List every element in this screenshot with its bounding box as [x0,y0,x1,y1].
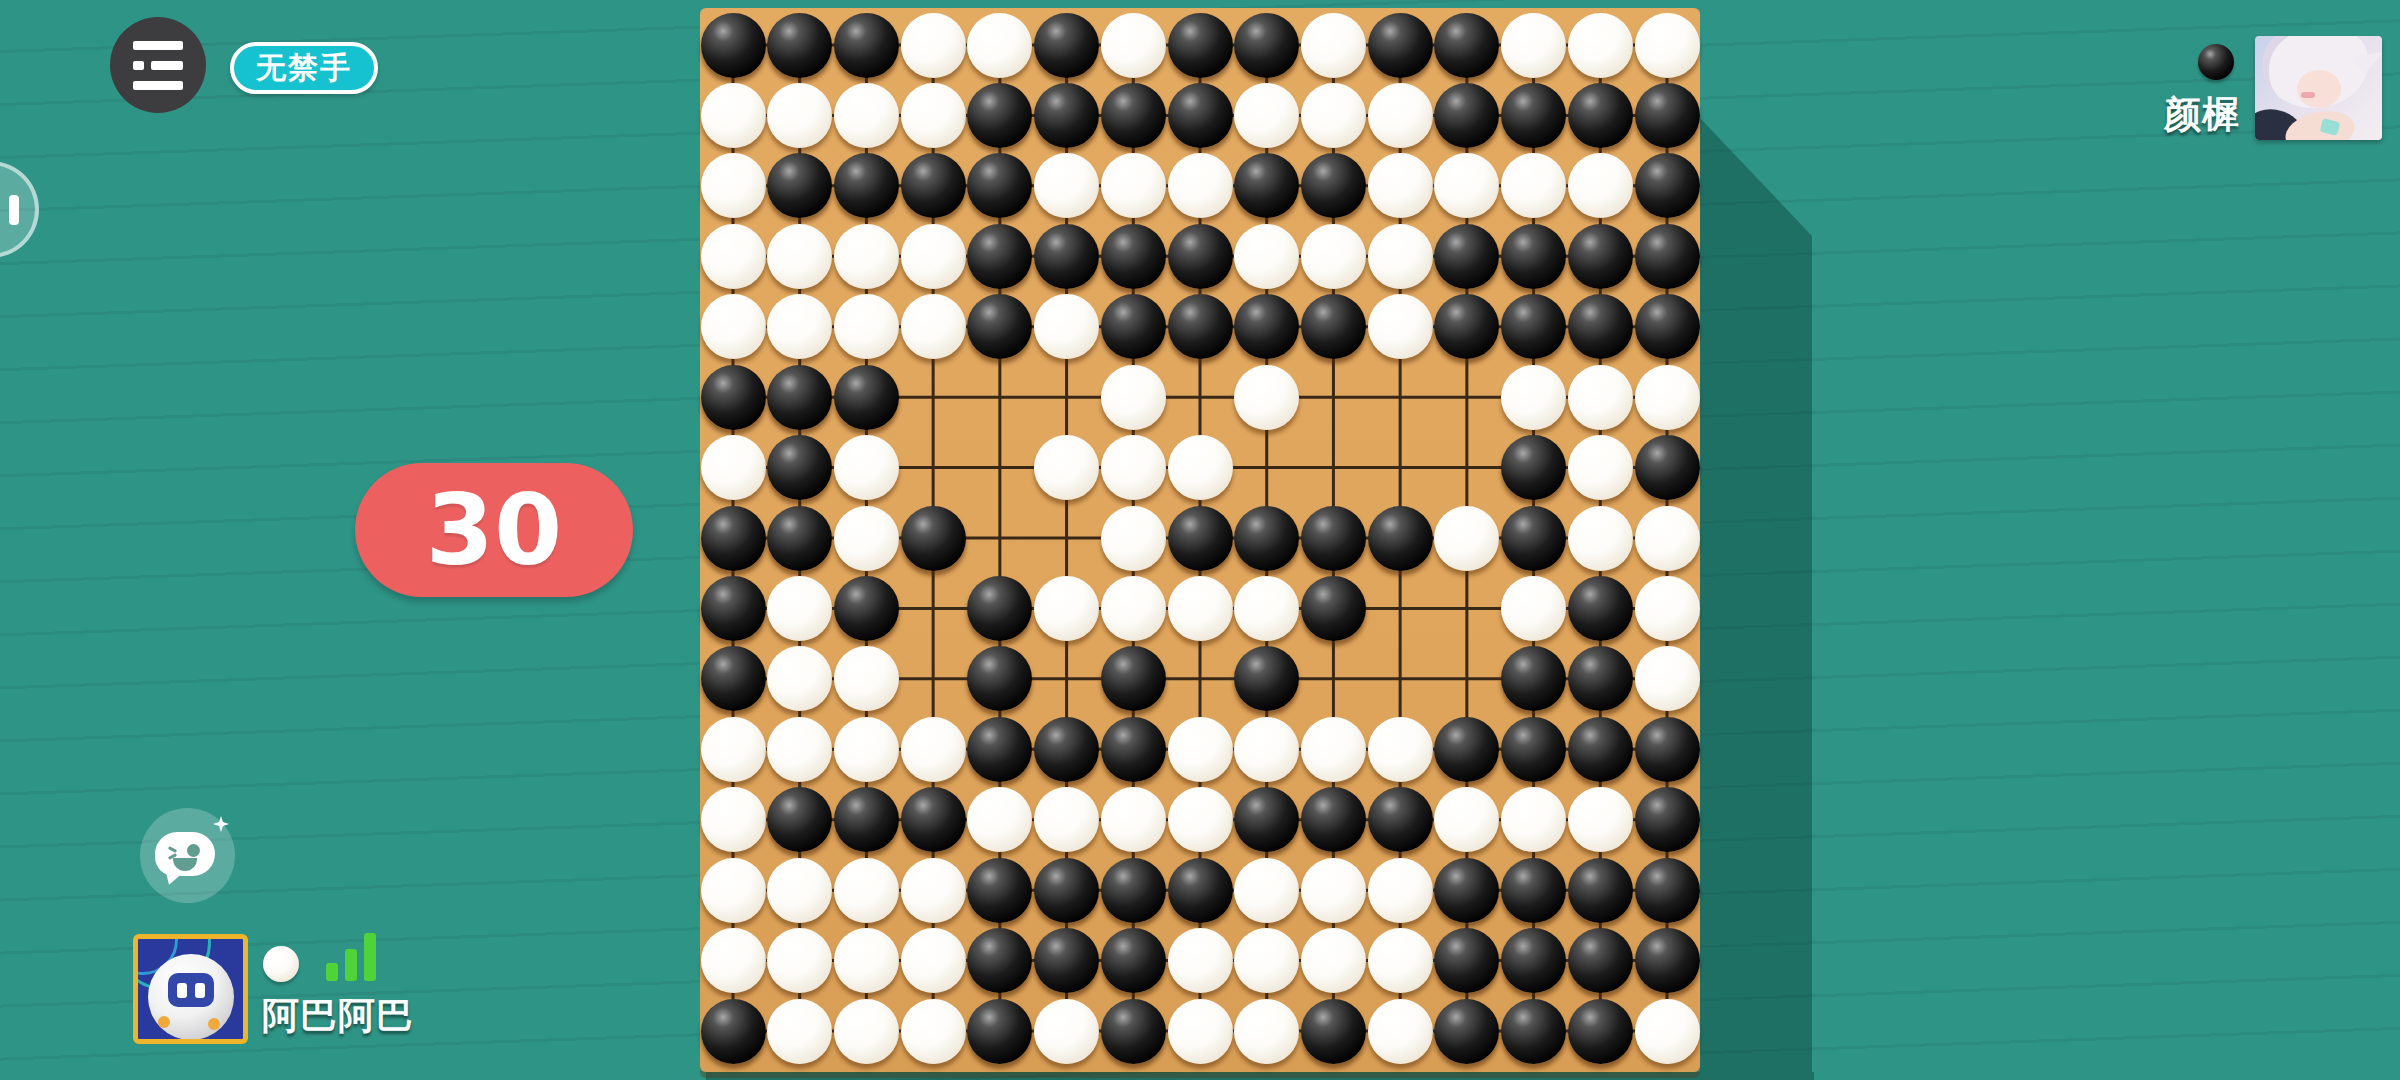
stone-black [1234,13,1299,78]
stone-black [1101,646,1166,711]
stone-black [1168,858,1233,923]
stone-white [1234,224,1299,289]
stone-white [1635,365,1700,430]
stone-white [1568,153,1633,218]
chat-wink-bubble-icon [155,832,215,876]
stone-black [967,576,1032,641]
stone-white [1568,365,1633,430]
stone-white [834,83,899,148]
stone-black [1301,294,1366,359]
stone-white [1034,787,1099,852]
stone-white [1568,435,1633,500]
stone-white [1168,576,1233,641]
stone-black [701,999,766,1064]
stone-white [1368,999,1433,1064]
stone-white [1234,576,1299,641]
stone-black [1501,294,1566,359]
stone-black [834,576,899,641]
stone-black [1434,224,1499,289]
stone-black [1434,717,1499,782]
stone-white [1635,646,1700,711]
stone-black [1168,224,1233,289]
pause-icon [0,195,19,225]
stone-white [767,83,832,148]
stone-white [834,435,899,500]
stone-black [967,224,1032,289]
rule-badge: 无禁手 [230,42,378,94]
stone-white [1635,999,1700,1064]
robot-visor [168,973,214,1007]
stone-white [1101,13,1166,78]
board-cast-shadow-bottom [706,1072,1814,1080]
stone-black [1568,999,1633,1064]
stone-white [1234,858,1299,923]
stone-black [701,13,766,78]
stone-black [967,717,1032,782]
player-black-stone-indicator [2198,44,2234,80]
stone-black [1434,858,1499,923]
stone-white [1501,365,1566,430]
stone-black [1568,858,1633,923]
stone-white [1368,153,1433,218]
stone-white [834,928,899,993]
stone-white [1101,576,1166,641]
player-white-avatar[interactable] [133,934,248,1044]
stone-white [701,294,766,359]
stone-black [767,365,832,430]
stone-black [1434,928,1499,993]
chat-button[interactable] [140,808,235,903]
stone-black [1301,153,1366,218]
stone-white [701,153,766,218]
stone-black [1501,928,1566,993]
stone-white [1568,787,1633,852]
stone-white [1568,506,1633,571]
stone-white [1101,506,1166,571]
stone-white [701,717,766,782]
stone-black [1501,435,1566,500]
stone-white [1168,999,1233,1064]
stone-white [1368,224,1433,289]
stone-black [1234,294,1299,359]
stone-white [1301,858,1366,923]
stone-black [767,506,832,571]
stone-black [1568,83,1633,148]
stone-white [1034,576,1099,641]
player-black-avatar[interactable] [2255,36,2382,140]
stone-black [1368,787,1433,852]
stone-white [767,224,832,289]
smile-mouth-icon [173,858,197,871]
round-eye-icon [187,844,200,857]
stone-white [901,13,966,78]
stone-white [1368,83,1433,148]
stone-white [1168,435,1233,500]
stone-black [701,506,766,571]
stone-black [1034,717,1099,782]
stone-white [901,999,966,1064]
stone-white [834,224,899,289]
stone-white [901,83,966,148]
stone-black [1234,506,1299,571]
player-black-name: 颜樨 [2164,90,2240,140]
stone-black [1434,83,1499,148]
robot-avatar [148,954,234,1040]
hamburger-menu-icon [133,41,183,50]
stone-black [1301,787,1366,852]
stone-black [1568,717,1633,782]
stone-black [1568,294,1633,359]
stone-white [1101,365,1166,430]
stone-white [1034,435,1099,500]
stone-black [967,928,1032,993]
stone-white [834,506,899,571]
stone-white [701,858,766,923]
stone-black [1034,224,1099,289]
stone-white [1101,435,1166,500]
stone-black [1635,224,1700,289]
stone-black [834,787,899,852]
stone-white [834,717,899,782]
stone-white [1434,506,1499,571]
sparkle-icon [213,816,229,832]
stone-white [767,576,832,641]
stone-black [901,506,966,571]
stone-black [1434,13,1499,78]
stone-white [1301,224,1366,289]
stone-black [1635,928,1700,993]
stone-black [1501,83,1566,148]
player-white-stone-indicator [263,946,299,982]
stone-black [1034,83,1099,148]
stone-black [1101,999,1166,1064]
stone-black [1635,858,1700,923]
stone-white [1301,928,1366,993]
stone-black [767,787,832,852]
stone-black [1635,717,1700,782]
stone-black [1101,928,1166,993]
stone-white [767,999,832,1064]
stone-black [1368,13,1433,78]
stone-black [1101,717,1166,782]
stone-white [1234,717,1299,782]
stone-black [834,13,899,78]
stone-white [701,787,766,852]
stone-white [1168,153,1233,218]
stone-black [1368,506,1433,571]
stone-black [834,365,899,430]
stone-black [1034,13,1099,78]
stone-white [901,717,966,782]
stone-white [1635,576,1700,641]
stone-black [967,999,1032,1064]
stone-black [1301,999,1366,1064]
stone-white [1301,83,1366,148]
stone-black [1168,294,1233,359]
menu-button[interactable] [110,17,206,113]
stone-black [1501,646,1566,711]
stone-black [1635,435,1700,500]
stone-black [1101,83,1166,148]
stone-white [1568,13,1633,78]
stone-black [1168,83,1233,148]
stone-white [1501,153,1566,218]
stone-white [1234,365,1299,430]
stone-white [767,928,832,993]
stone-black [1234,787,1299,852]
stone-black [1434,999,1499,1064]
stone-white [1168,787,1233,852]
stone-white [767,294,832,359]
stone-black [1635,787,1700,852]
stone-black [1301,576,1366,641]
stone-black [967,83,1032,148]
board-cast-shadow [1700,118,1812,1072]
stone-black [701,646,766,711]
stone-white [767,858,832,923]
stone-white [1635,506,1700,571]
stone-white [1635,13,1700,78]
board-surface[interactable] [700,8,1700,1072]
stone-white [1368,928,1433,993]
timer-value: 30 [426,481,562,579]
player-white-name: 阿巴阿巴 [262,991,414,1041]
stone-black [1101,224,1166,289]
stone-black [767,13,832,78]
stone-white [1034,294,1099,359]
stone-white [901,294,966,359]
stone-black [1034,858,1099,923]
stone-white [1368,294,1433,359]
stone-black [901,153,966,218]
stone-white [901,224,966,289]
connection-signal-icon [326,933,378,981]
move-timer: 30 [355,463,633,597]
stone-black [1568,224,1633,289]
stone-black [1168,13,1233,78]
stone-white [1301,13,1366,78]
stone-white [901,858,966,923]
stone-black [1635,83,1700,148]
stone-white [834,646,899,711]
stone-black [1501,224,1566,289]
stone-black [701,365,766,430]
stone-black [967,858,1032,923]
stone-white [1101,787,1166,852]
pause-button[interactable] [0,161,39,258]
gomoku-board[interactable] [700,8,1700,1072]
stone-white [1234,999,1299,1064]
stone-white [1368,858,1433,923]
stone-black [701,576,766,641]
stone-black [1568,646,1633,711]
rule-badge-label: 无禁手 [256,48,352,89]
stone-black [1501,858,1566,923]
stone-black [1568,576,1633,641]
stone-white [1034,999,1099,1064]
stone-white [1234,928,1299,993]
stone-white [834,294,899,359]
stone-white [1168,717,1233,782]
stone-white [834,999,899,1064]
stone-white [1301,717,1366,782]
stone-black [901,787,966,852]
stone-black [1501,717,1566,782]
stone-white [1368,717,1433,782]
stone-white [1034,153,1099,218]
stone-white [701,928,766,993]
stone-black [1101,858,1166,923]
stone-black [1034,928,1099,993]
stone-black [1635,294,1700,359]
stone-black [767,435,832,500]
stone-white [1501,787,1566,852]
stone-white [834,858,899,923]
stone-white [701,224,766,289]
stone-white [1234,83,1299,148]
stone-white [1501,13,1566,78]
stone-white [701,83,766,148]
stone-white [1501,576,1566,641]
stone-black [1568,928,1633,993]
stone-white [1168,928,1233,993]
stone-black [1168,506,1233,571]
stone-black [1501,999,1566,1064]
stone-black [1501,506,1566,571]
stone-white [1101,153,1166,218]
stone-white [901,928,966,993]
stone-white [701,435,766,500]
stone-black [834,153,899,218]
stone-black [1101,294,1166,359]
stone-black [1635,153,1700,218]
stone-white [967,13,1032,78]
stone-white [767,717,832,782]
stone-black [1301,506,1366,571]
